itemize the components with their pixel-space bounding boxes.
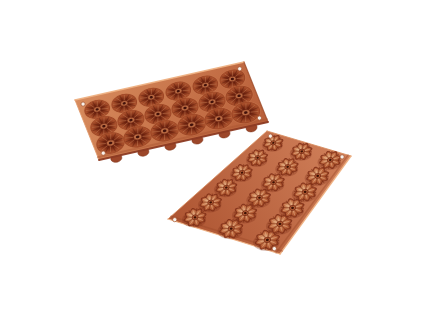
- corner-hole: [272, 247, 276, 251]
- corner-hole: [173, 218, 177, 222]
- scene-svg: [0, 0, 423, 318]
- corner-hole: [257, 116, 261, 120]
- corner-hole: [268, 134, 272, 138]
- product-photo: [0, 0, 423, 318]
- corner-hole: [340, 155, 344, 159]
- corner-hole: [81, 102, 85, 106]
- corner-hole: [238, 67, 242, 71]
- corner-hole: [101, 151, 105, 155]
- photo-background: [0, 0, 423, 318]
